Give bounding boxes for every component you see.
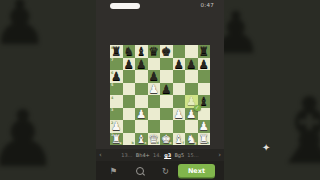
square-a3[interactable]: 3	[110, 108, 123, 121]
piece-black-pawn[interactable]: ♟	[135, 58, 148, 71]
square-d3[interactable]	[148, 108, 161, 121]
coord-label: 4	[111, 96, 113, 100]
square-b1[interactable]: b	[123, 133, 136, 146]
square-b6[interactable]	[123, 70, 136, 83]
piece-white-pawn[interactable]: ♟	[173, 108, 186, 121]
square-c4[interactable]	[135, 95, 148, 108]
next-button[interactable]: Next	[178, 164, 215, 177]
square-e7[interactable]	[160, 58, 173, 71]
square-e3[interactable]	[160, 108, 173, 121]
piece-black-pawn[interactable]: ♟	[123, 58, 136, 71]
square-c2[interactable]	[135, 120, 148, 133]
piece-black-pawn[interactable]: ♟	[110, 70, 123, 83]
piece-black-pawn[interactable]: ♟	[185, 58, 198, 71]
square-d2[interactable]	[148, 120, 161, 133]
piece-black-bishop[interactable]: ♝	[135, 45, 148, 58]
piece-black-pawn[interactable]: ♟	[173, 58, 186, 71]
piece-white-pawn[interactable]: ♟	[110, 120, 123, 133]
square-b3[interactable]	[123, 108, 136, 121]
piece-white-rook[interactable]: ♜	[110, 133, 123, 146]
square-g6[interactable]	[185, 70, 198, 83]
current-move[interactable]: g3	[164, 152, 171, 158]
square-g8[interactable]	[185, 45, 198, 58]
flag-icon[interactable]: ⚑	[108, 165, 119, 176]
piece-white-pawn[interactable]: ♟	[198, 120, 211, 133]
piece-black-pawn[interactable]: ♟	[198, 58, 211, 71]
square-b4[interactable]	[123, 95, 136, 108]
square-e6[interactable]	[160, 70, 173, 83]
piece-white-pawn[interactable]: ♟	[148, 83, 161, 96]
square-f4[interactable]	[173, 95, 186, 108]
square-c5[interactable]	[135, 83, 148, 96]
square-h5[interactable]	[198, 83, 211, 96]
blurred-bishop-icon: ♝	[268, 86, 320, 178]
piece-black-pawn[interactable]: ♟	[160, 83, 173, 96]
move-token[interactable]: 15…	[187, 152, 198, 158]
phone-column: 0:47 87654321abcdefgh ♜♞♝♛♚♜♟♟♟♟♟♟♟♟♟♝♟♟…	[96, 0, 224, 180]
next-move-chevron-icon[interactable]: ›	[215, 149, 224, 161]
square-a4[interactable]: 4	[110, 95, 123, 108]
piece-black-queen[interactable]: ♛	[148, 45, 161, 58]
square-e2[interactable]	[160, 120, 173, 133]
square-b2[interactable]	[123, 120, 136, 133]
piece-black-king[interactable]: ♚	[160, 45, 173, 58]
prev-move-chevron-icon[interactable]: ‹	[96, 149, 105, 161]
move-token[interactable]: Bg5	[174, 152, 184, 158]
blurred-right-backdrop: ♟ ♝	[224, 0, 320, 180]
square-f2[interactable]	[173, 120, 186, 133]
timer-text: 0:47	[200, 2, 214, 8]
piece-white-king[interactable]: ♚	[160, 133, 173, 146]
piece-black-rook[interactable]: ♜	[198, 45, 211, 58]
coord-label: 3	[111, 108, 113, 112]
piece-white-bishop[interactable]: ♝	[173, 133, 186, 146]
square-a7[interactable]: 7	[110, 58, 123, 71]
piece-black-knight[interactable]: ♞	[123, 45, 136, 58]
sparkle-star-icon: ✦	[262, 142, 270, 153]
piece-white-queen[interactable]: ♛	[148, 133, 161, 146]
coord-label: 7	[111, 58, 113, 62]
move-tokens: 13…Bh4+14.g3Bg515…	[105, 152, 215, 158]
square-h3[interactable]	[198, 108, 211, 121]
retry-icon[interactable]: ↻	[160, 165, 171, 176]
square-h6[interactable]	[198, 70, 211, 83]
coord-label: b	[132, 141, 134, 145]
analysis-icon[interactable]	[134, 165, 145, 176]
piece-white-rook[interactable]: ♜	[198, 133, 211, 146]
move-token[interactable]: 14.	[153, 152, 161, 158]
square-e4[interactable]	[160, 95, 173, 108]
move-list-bar: ‹ 13…Bh4+14.g3Bg515… ›	[96, 149, 224, 161]
square-d7[interactable]	[148, 58, 161, 71]
progress-pill	[110, 3, 140, 9]
blurred-pawn-icon: ♟	[0, 0, 48, 54]
square-f8[interactable]	[173, 45, 186, 58]
square-b5[interactable]	[123, 83, 136, 96]
piece-white-pawn[interactable]: ♟	[135, 108, 148, 121]
ghost-white-pawn[interactable]: ♟	[185, 95, 198, 108]
square-c6[interactable]	[135, 70, 148, 83]
square-f5[interactable]	[173, 83, 186, 96]
piece-black-bishop[interactable]: ♝	[198, 95, 211, 108]
move-token[interactable]: Bh4+	[136, 152, 150, 158]
square-a5[interactable]: 5	[110, 83, 123, 96]
square-f6[interactable]	[173, 70, 186, 83]
piece-black-pawn[interactable]: ♟	[148, 70, 161, 83]
coord-label: 5	[111, 83, 113, 87]
piece-white-bishop[interactable]: ♝	[135, 133, 148, 146]
square-g2[interactable]	[185, 120, 198, 133]
magnifier-icon	[136, 167, 144, 175]
blurred-pawn-icon: ♟	[224, 4, 262, 62]
blurred-pawn-icon: ♟	[0, 100, 58, 178]
move-token[interactable]: 13…	[121, 152, 132, 158]
square-d4[interactable]	[148, 95, 161, 108]
piece-black-rook[interactable]: ♜	[110, 45, 123, 58]
square-g5[interactable]	[185, 83, 198, 96]
screen: ♟ ♟ ♟ ♝ 0:47 87654321abcdefgh ♜♞♝♛♚♜♟♟♟♟…	[0, 0, 320, 180]
piece-white-knight[interactable]: ♞	[185, 133, 198, 146]
piece-white-pawn[interactable]: ♟	[185, 108, 198, 121]
blurred-left-backdrop: ♟ ♟	[0, 0, 96, 180]
